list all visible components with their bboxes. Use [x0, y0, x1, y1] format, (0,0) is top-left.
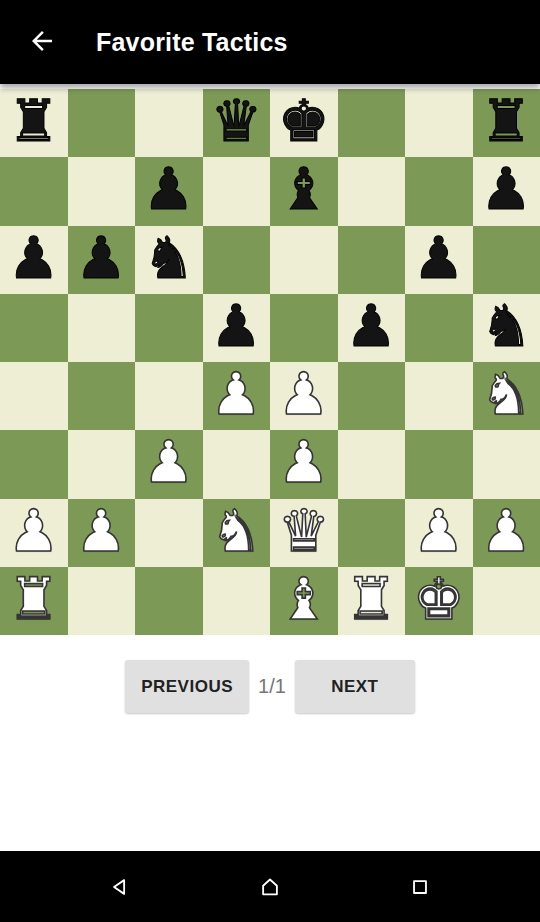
- piece-black-knight[interactable]: ♞: [480, 297, 532, 355]
- square-a7[interactable]: [0, 157, 68, 225]
- square-h3[interactable]: [473, 430, 540, 498]
- square-c4[interactable]: [135, 362, 203, 430]
- square-e1[interactable]: ♝: [270, 567, 338, 635]
- arrow-back-icon: [27, 26, 57, 59]
- square-f1[interactable]: ♜: [338, 567, 406, 635]
- android-back-icon[interactable]: [103, 870, 137, 904]
- piece-white-pawn[interactable]: ♟: [413, 502, 465, 560]
- piece-white-pawn[interactable]: ♟: [278, 365, 330, 423]
- square-h7[interactable]: ♟: [473, 157, 540, 225]
- piece-white-pawn[interactable]: ♟: [278, 433, 330, 491]
- piece-black-knight[interactable]: ♞: [143, 229, 195, 287]
- square-b5[interactable]: [68, 294, 136, 362]
- square-a5[interactable]: [0, 294, 68, 362]
- chess-board: ♜♛♚♜♟♝♟♟♟♞♟♟♟♞♟♟♞♟♟♟♟♞♛♟♟♜♝♜♚: [0, 89, 540, 635]
- square-b7[interactable]: [68, 157, 136, 225]
- square-c8[interactable]: [135, 89, 203, 157]
- square-f7[interactable]: [338, 157, 406, 225]
- square-a6[interactable]: ♟: [0, 226, 68, 294]
- square-f4[interactable]: [338, 362, 406, 430]
- square-c5[interactable]: [135, 294, 203, 362]
- square-e2[interactable]: ♛: [270, 499, 338, 567]
- android-nav-bar: [0, 851, 540, 922]
- square-b4[interactable]: [68, 362, 136, 430]
- piece-white-pawn[interactable]: ♟: [480, 502, 532, 560]
- piece-black-pawn[interactable]: ♟: [210, 297, 262, 355]
- piece-black-pawn[interactable]: ♟: [480, 160, 532, 218]
- square-e4[interactable]: ♟: [270, 362, 338, 430]
- square-g8[interactable]: [405, 89, 473, 157]
- piece-white-pawn[interactable]: ♟: [143, 433, 195, 491]
- square-g1[interactable]: ♚: [405, 567, 473, 635]
- piece-black-bishop[interactable]: ♝: [278, 160, 330, 218]
- next-button[interactable]: NEXT: [295, 660, 415, 713]
- android-recents-icon[interactable]: [403, 870, 437, 904]
- square-c6[interactable]: ♞: [135, 226, 203, 294]
- piece-white-king[interactable]: ♚: [413, 570, 465, 628]
- piece-black-rook[interactable]: ♜: [480, 92, 532, 150]
- square-f3[interactable]: [338, 430, 406, 498]
- square-b3[interactable]: [68, 430, 136, 498]
- piece-white-knight[interactable]: ♞: [210, 502, 262, 560]
- square-f5[interactable]: ♟: [338, 294, 406, 362]
- piece-black-pawn[interactable]: ♟: [8, 229, 60, 287]
- square-h2[interactable]: ♟: [473, 499, 540, 567]
- square-d4[interactable]: ♟: [203, 362, 271, 430]
- square-b2[interactable]: ♟: [68, 499, 136, 567]
- piece-white-rook[interactable]: ♜: [8, 570, 60, 628]
- square-h8[interactable]: ♜: [473, 89, 540, 157]
- piece-white-bishop[interactable]: ♝: [278, 570, 330, 628]
- square-h5[interactable]: ♞: [473, 294, 540, 362]
- piece-white-pawn[interactable]: ♟: [210, 365, 262, 423]
- square-g5[interactable]: [405, 294, 473, 362]
- piece-white-pawn[interactable]: ♟: [8, 502, 60, 560]
- app-screen: Favorite Tactics ♜♛♚♜♟♝♟♟♟♞♟♟♟♞♟♟♞♟♟♟♟♞♛…: [0, 0, 540, 922]
- puzzle-counter: 1/1: [258, 675, 286, 698]
- page-title: Favorite Tactics: [96, 28, 288, 57]
- square-d6[interactable]: [203, 226, 271, 294]
- back-button[interactable]: [14, 14, 70, 70]
- piece-black-pawn[interactable]: ♟: [75, 229, 127, 287]
- square-d7[interactable]: [203, 157, 271, 225]
- square-a2[interactable]: ♟: [0, 499, 68, 567]
- piece-black-rook[interactable]: ♜: [8, 92, 60, 150]
- piece-black-queen[interactable]: ♛: [210, 92, 262, 150]
- piece-black-pawn[interactable]: ♟: [413, 229, 465, 287]
- square-h4[interactable]: ♞: [473, 362, 540, 430]
- square-e7[interactable]: ♝: [270, 157, 338, 225]
- square-a1[interactable]: ♜: [0, 567, 68, 635]
- square-e8[interactable]: ♚: [270, 89, 338, 157]
- piece-black-king[interactable]: ♚: [278, 92, 330, 150]
- square-a3[interactable]: [0, 430, 68, 498]
- square-c3[interactable]: ♟: [135, 430, 203, 498]
- square-b1[interactable]: [68, 567, 136, 635]
- square-g2[interactable]: ♟: [405, 499, 473, 567]
- square-c1[interactable]: [135, 567, 203, 635]
- square-g3[interactable]: [405, 430, 473, 498]
- piece-white-pawn[interactable]: ♟: [75, 502, 127, 560]
- square-d1[interactable]: [203, 567, 271, 635]
- square-a4[interactable]: [0, 362, 68, 430]
- square-c7[interactable]: ♟: [135, 157, 203, 225]
- square-f6[interactable]: [338, 226, 406, 294]
- piece-black-pawn[interactable]: ♟: [143, 160, 195, 218]
- square-a8[interactable]: ♜: [0, 89, 68, 157]
- square-b8[interactable]: [68, 89, 136, 157]
- piece-white-rook[interactable]: ♜: [345, 570, 397, 628]
- piece-black-pawn[interactable]: ♟: [345, 297, 397, 355]
- app-bar: Favorite Tactics: [0, 0, 540, 84]
- square-b6[interactable]: ♟: [68, 226, 136, 294]
- square-h1[interactable]: [473, 567, 540, 635]
- puzzle-controls: PREVIOUS 1/1 NEXT: [0, 660, 540, 713]
- square-h6[interactable]: [473, 226, 540, 294]
- square-c2[interactable]: [135, 499, 203, 567]
- piece-white-queen[interactable]: ♛: [278, 502, 330, 560]
- square-d3[interactable]: [203, 430, 271, 498]
- square-d5[interactable]: ♟: [203, 294, 271, 362]
- android-home-icon[interactable]: [253, 870, 287, 904]
- square-g6[interactable]: ♟: [405, 226, 473, 294]
- square-d2[interactable]: ♞: [203, 499, 271, 567]
- piece-white-knight[interactable]: ♞: [480, 365, 532, 423]
- square-f2[interactable]: [338, 499, 406, 567]
- square-e3[interactable]: ♟: [270, 430, 338, 498]
- square-d8[interactable]: ♛: [203, 89, 271, 157]
- previous-button[interactable]: PREVIOUS: [125, 660, 249, 713]
- square-g4[interactable]: [405, 362, 473, 430]
- square-e5[interactable]: [270, 294, 338, 362]
- square-e6[interactable]: [270, 226, 338, 294]
- square-f8[interactable]: [338, 89, 406, 157]
- square-g7[interactable]: [405, 157, 473, 225]
